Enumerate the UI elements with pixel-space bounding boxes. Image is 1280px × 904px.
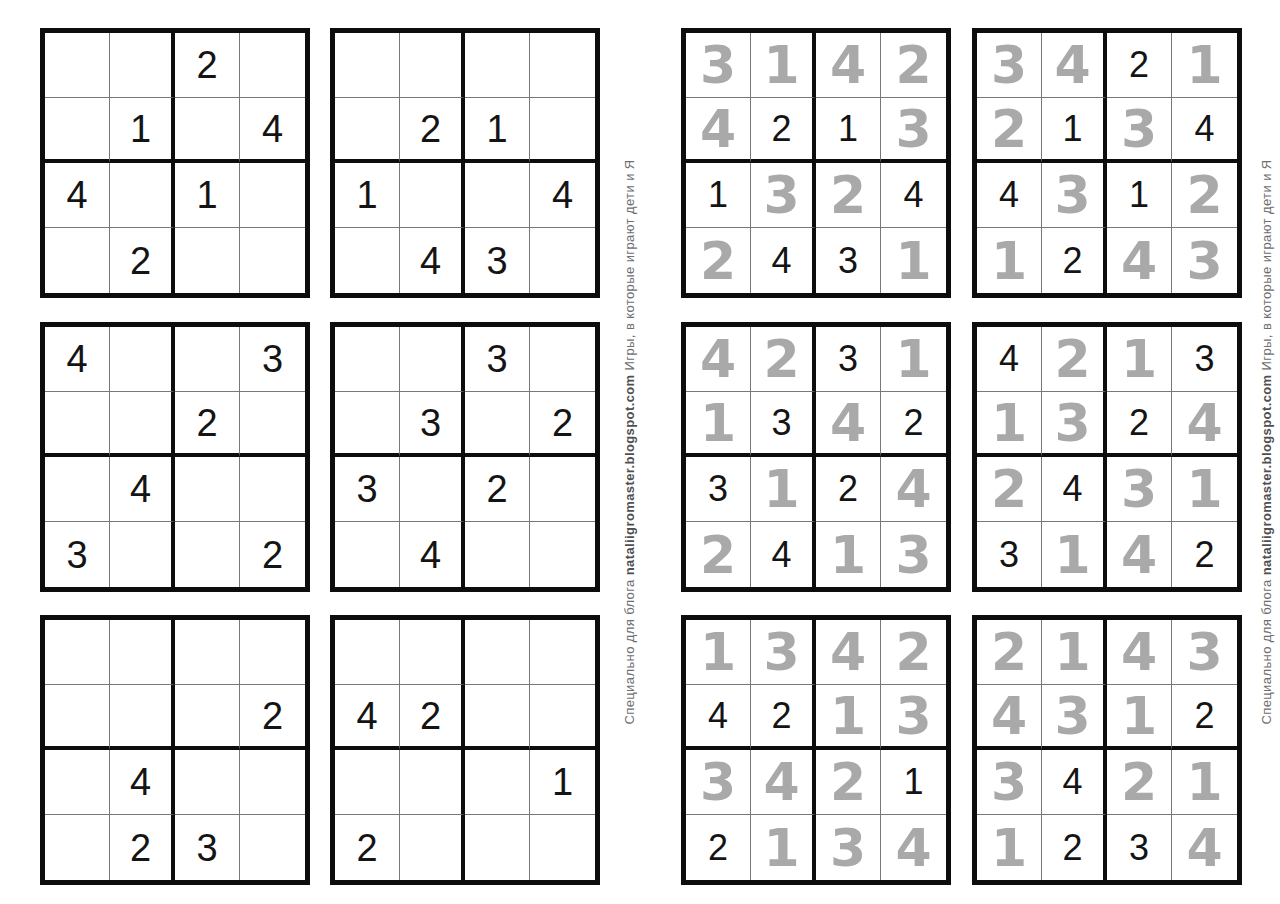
cell-r1c1 — [335, 327, 400, 392]
cell-r4c2: 4 — [400, 228, 465, 293]
cell-r3c1: 2 — [977, 457, 1042, 522]
cell-r1c2: 4 — [1042, 33, 1107, 98]
cell-r1c3: 2 — [175, 33, 240, 98]
cell-r4c1 — [335, 228, 400, 293]
cell-r4c2: 2 — [1042, 815, 1107, 880]
solution-board-4: 4213132424313142 — [972, 322, 1242, 592]
cell-r4c1: 2 — [686, 522, 751, 587]
cell-r4c1 — [45, 815, 110, 880]
cell-r3c3: 1 — [1107, 163, 1172, 228]
watermark-suffix: Игры, в которые играют дети и Я — [1259, 159, 1274, 374]
cell-r2c4: 2 — [881, 392, 946, 457]
puzzle-board-3: 432432 — [40, 322, 310, 592]
cell-r2c3: 2 — [1107, 392, 1172, 457]
solution-board-2: 3421213443121243 — [972, 28, 1242, 298]
cell-r1c2 — [400, 33, 465, 98]
cell-r3c3: 2 — [816, 457, 881, 522]
cell-r1c1: 1 — [686, 620, 751, 685]
cell-r3c1 — [45, 750, 110, 815]
cell-r3c3: 2 — [816, 163, 881, 228]
cell-r3c4: 1 — [881, 750, 946, 815]
cell-r3c2 — [400, 457, 465, 522]
cell-r3c1 — [335, 750, 400, 815]
cell-r3c3: 1 — [175, 163, 240, 228]
cell-r1c3: 1 — [1107, 327, 1172, 392]
cell-r3c1: 3 — [335, 457, 400, 522]
cell-r4c1: 2 — [686, 815, 751, 880]
cell-r2c3: 2 — [175, 392, 240, 457]
cell-r3c3 — [465, 750, 530, 815]
cell-r2c1: 2 — [977, 98, 1042, 163]
cell-r4c1: 1 — [977, 815, 1042, 880]
cell-r2c2: 3 — [751, 392, 816, 457]
cell-r4c1: 3 — [45, 522, 110, 587]
cell-r3c3: 2 — [1107, 750, 1172, 815]
cell-r2c4: 2 — [240, 685, 305, 750]
cell-r2c2: 2 — [400, 98, 465, 163]
cell-r2c2 — [110, 392, 175, 457]
watermark-prefix: Специально для блога — [622, 575, 637, 724]
cell-r4c1: 2 — [686, 228, 751, 293]
cell-r4c1: 1 — [977, 228, 1042, 293]
cell-r1c4: 1 — [881, 327, 946, 392]
cell-r3c4 — [240, 750, 305, 815]
cell-r3c4: 1 — [1172, 457, 1237, 522]
cell-r3c1: 3 — [686, 457, 751, 522]
cell-r2c1: 4 — [977, 685, 1042, 750]
cell-r1c3: 4 — [816, 620, 881, 685]
cell-r2c1: 1 — [977, 392, 1042, 457]
cell-r4c2: 4 — [400, 522, 465, 587]
cell-r4c4 — [240, 228, 305, 293]
cell-r1c2: 3 — [751, 620, 816, 685]
cell-r2c2: 2 — [751, 685, 816, 750]
cell-r2c2 — [110, 685, 175, 750]
cell-r3c4: 4 — [530, 163, 595, 228]
cell-r1c1 — [335, 620, 400, 685]
cell-r4c1 — [335, 522, 400, 587]
cell-r3c3 — [175, 457, 240, 522]
cell-r3c3: 2 — [816, 750, 881, 815]
cell-r3c1 — [45, 457, 110, 522]
cell-r4c3: 3 — [816, 228, 881, 293]
cell-r3c2 — [110, 163, 175, 228]
cell-r3c2: 1 — [751, 457, 816, 522]
cell-r3c2: 4 — [1042, 750, 1107, 815]
cell-r4c4 — [530, 815, 595, 880]
cell-r1c3 — [465, 620, 530, 685]
cell-r2c4: 3 — [881, 98, 946, 163]
cell-r2c3 — [465, 685, 530, 750]
cell-r2c1: 4 — [686, 685, 751, 750]
watermark-prefix: Специально для блога — [1259, 575, 1274, 724]
cell-r4c4 — [530, 228, 595, 293]
cell-r4c3: 4 — [1107, 522, 1172, 587]
cell-r1c4: 2 — [881, 620, 946, 685]
cell-r1c4 — [530, 620, 595, 685]
cell-r2c2: 3 — [400, 392, 465, 457]
watermark-site: nataliigromaster.blogspot.com — [1259, 374, 1274, 575]
cell-r1c4: 3 — [240, 327, 305, 392]
cell-r4c3 — [465, 815, 530, 880]
cell-r1c4 — [240, 33, 305, 98]
cell-r3c2: 4 — [1042, 457, 1107, 522]
cell-r3c2 — [400, 750, 465, 815]
cell-r4c2: 4 — [751, 228, 816, 293]
cell-r4c2: 1 — [751, 815, 816, 880]
solution-board-6: 2143431234211234 — [972, 615, 1242, 885]
cell-r2c3 — [465, 392, 530, 457]
cell-r1c3: 3 — [816, 327, 881, 392]
watermark-suffix: Игры, в которые играют дети и Я — [622, 159, 637, 374]
cell-r4c3: 1 — [816, 522, 881, 587]
watermark-right: Специально для блога nataliigromaster.bl… — [1259, 159, 1274, 724]
cell-r2c1 — [45, 685, 110, 750]
cell-r3c1: 4 — [977, 163, 1042, 228]
cell-r1c2: 1 — [1042, 620, 1107, 685]
puzzle-board-6: 4212 — [330, 615, 600, 885]
cell-r2c3 — [175, 98, 240, 163]
cell-r3c1: 4 — [45, 163, 110, 228]
cell-r2c3: 1 — [816, 98, 881, 163]
cell-r2c1 — [335, 392, 400, 457]
cell-r4c1: 2 — [335, 815, 400, 880]
cell-r3c3 — [175, 750, 240, 815]
cell-r4c3 — [175, 522, 240, 587]
cell-r1c3: 2 — [1107, 33, 1172, 98]
cell-r2c3: 1 — [816, 685, 881, 750]
cell-r2c1: 4 — [335, 685, 400, 750]
solution-board-5: 1342421334212134 — [681, 615, 951, 885]
cell-r4c4 — [240, 815, 305, 880]
cell-r4c4: 3 — [881, 522, 946, 587]
cell-r4c2: 2 — [110, 228, 175, 293]
cell-r3c4 — [530, 457, 595, 522]
puzzle-board-4: 332324 — [330, 322, 600, 592]
cell-r1c4: 3 — [1172, 620, 1237, 685]
cell-r4c1: 3 — [977, 522, 1042, 587]
cell-r3c4 — [240, 457, 305, 522]
cell-r3c2: 4 — [110, 750, 175, 815]
cell-r3c2 — [400, 163, 465, 228]
cell-r4c4 — [530, 522, 595, 587]
cell-r1c4: 2 — [881, 33, 946, 98]
cell-r1c3 — [465, 33, 530, 98]
cell-r1c2: 2 — [751, 327, 816, 392]
cell-r1c1: 4 — [977, 327, 1042, 392]
cell-r4c2: 1 — [1042, 522, 1107, 587]
cell-r3c2: 3 — [1042, 163, 1107, 228]
cell-r1c1 — [45, 33, 110, 98]
cell-r2c3: 1 — [465, 98, 530, 163]
cell-r4c2 — [110, 522, 175, 587]
cell-r2c4: 2 — [1172, 685, 1237, 750]
cell-r1c3 — [175, 327, 240, 392]
cell-r2c2: 1 — [110, 98, 175, 163]
cell-r3c4: 2 — [1172, 163, 1237, 228]
cell-r2c4: 4 — [1172, 98, 1237, 163]
cell-r2c1: 1 — [686, 392, 751, 457]
cell-r1c4: 3 — [1172, 327, 1237, 392]
cell-r3c3: 3 — [1107, 457, 1172, 522]
puzzle-board-5: 2423 — [40, 615, 310, 885]
cell-r3c3 — [465, 163, 530, 228]
cell-r2c2: 2 — [751, 98, 816, 163]
cell-r4c3: 3 — [816, 815, 881, 880]
cell-r2c4: 2 — [530, 392, 595, 457]
cell-r2c4: 4 — [240, 98, 305, 163]
cell-r3c2: 4 — [751, 750, 816, 815]
cell-r1c3: 4 — [816, 33, 881, 98]
worksheet-page: 214412 211443 432432 332324 2423 4212 31… — [0, 0, 1280, 904]
cell-r4c4: 1 — [881, 228, 946, 293]
cell-r1c2 — [110, 327, 175, 392]
cell-r1c2 — [110, 33, 175, 98]
watermark-site: nataliigromaster.blogspot.com — [622, 374, 637, 575]
cell-r2c1 — [335, 98, 400, 163]
cell-r1c2: 2 — [1042, 327, 1107, 392]
cell-r2c1 — [45, 392, 110, 457]
cell-r4c4: 4 — [1172, 815, 1237, 880]
cell-r4c4: 2 — [1172, 522, 1237, 587]
cell-r1c2 — [110, 620, 175, 685]
cell-r2c3 — [175, 685, 240, 750]
cell-r1c3 — [175, 620, 240, 685]
cell-r2c1: 4 — [686, 98, 751, 163]
cell-r3c3: 2 — [465, 457, 530, 522]
cell-r3c1: 3 — [686, 750, 751, 815]
cell-r4c3: 3 — [1107, 815, 1172, 880]
cell-r2c2: 1 — [1042, 98, 1107, 163]
cell-r3c1: 1 — [335, 163, 400, 228]
solution-board-3: 4231134231242413 — [681, 322, 951, 592]
cell-r1c4 — [240, 620, 305, 685]
cell-r2c3: 1 — [1107, 685, 1172, 750]
cell-r1c2 — [400, 327, 465, 392]
cell-r4c2 — [400, 815, 465, 880]
cell-r4c3: 3 — [175, 815, 240, 880]
cell-r1c4 — [530, 327, 595, 392]
cell-r3c4 — [240, 163, 305, 228]
cell-r1c4 — [530, 33, 595, 98]
cell-r2c2: 3 — [1042, 685, 1107, 750]
cell-r4c3: 4 — [1107, 228, 1172, 293]
cell-r2c1 — [45, 98, 110, 163]
solution-board-1: 3142421313242431 — [681, 28, 951, 298]
cell-r3c4: 4 — [881, 457, 946, 522]
cell-r1c1: 3 — [977, 33, 1042, 98]
cell-r1c3: 3 — [465, 327, 530, 392]
cell-r1c1 — [335, 33, 400, 98]
cell-r2c4 — [530, 98, 595, 163]
cell-r3c2: 3 — [751, 163, 816, 228]
cell-r2c2: 2 — [400, 685, 465, 750]
cell-r3c2: 4 — [110, 457, 175, 522]
cell-r1c3: 4 — [1107, 620, 1172, 685]
cell-r4c3: 3 — [465, 228, 530, 293]
cell-r2c3: 3 — [1107, 98, 1172, 163]
cell-r4c2: 4 — [751, 522, 816, 587]
puzzle-board-1: 214412 — [40, 28, 310, 298]
cell-r4c2: 2 — [110, 815, 175, 880]
cell-r2c3: 4 — [816, 392, 881, 457]
cell-r1c1: 2 — [977, 620, 1042, 685]
cell-r1c1: 3 — [686, 33, 751, 98]
cell-r4c4: 3 — [1172, 228, 1237, 293]
cell-r3c4: 1 — [1172, 750, 1237, 815]
cell-r1c2 — [400, 620, 465, 685]
cell-r4c3 — [465, 522, 530, 587]
cell-r4c2: 2 — [1042, 228, 1107, 293]
cell-r3c4: 4 — [881, 163, 946, 228]
cell-r2c4: 3 — [881, 685, 946, 750]
watermark-middle: Специально для блога nataliigromaster.bl… — [622, 159, 637, 724]
cell-r2c2: 3 — [1042, 392, 1107, 457]
cell-r4c4: 4 — [881, 815, 946, 880]
cell-r2c4 — [530, 685, 595, 750]
cell-r3c4: 1 — [530, 750, 595, 815]
cell-r4c1 — [45, 228, 110, 293]
cell-r1c4: 1 — [1172, 33, 1237, 98]
puzzle-board-2: 211443 — [330, 28, 600, 298]
cell-r1c1: 4 — [686, 327, 751, 392]
cell-r4c3 — [175, 228, 240, 293]
cell-r2c4: 4 — [1172, 392, 1237, 457]
cell-r3c1: 3 — [977, 750, 1042, 815]
cell-r3c1: 1 — [686, 163, 751, 228]
cell-r4c4: 2 — [240, 522, 305, 587]
cell-r1c1: 4 — [45, 327, 110, 392]
cell-r1c2: 1 — [751, 33, 816, 98]
cell-r1c1 — [45, 620, 110, 685]
cell-r2c4 — [240, 392, 305, 457]
